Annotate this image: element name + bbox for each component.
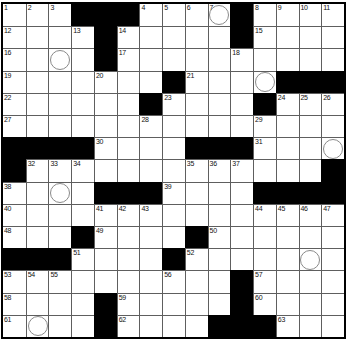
- black-cell: [162, 248, 185, 270]
- cell[interactable]: [276, 293, 299, 315]
- cell[interactable]: 27: [3, 115, 26, 137]
- black-cell: [3, 159, 26, 181]
- cell[interactable]: [299, 159, 322, 181]
- cell[interactable]: [48, 26, 71, 48]
- cell[interactable]: [253, 48, 276, 70]
- black-cell: [253, 315, 276, 337]
- cell[interactable]: 57: [253, 270, 276, 292]
- cell[interactable]: 35: [185, 159, 208, 181]
- cell[interactable]: 40: [3, 204, 26, 226]
- cell[interactable]: [26, 315, 49, 337]
- cell[interactable]: [276, 26, 299, 48]
- cell[interactable]: [185, 270, 208, 292]
- cell[interactable]: 28: [139, 115, 162, 137]
- cell[interactable]: 44: [253, 204, 276, 226]
- cell[interactable]: [117, 71, 140, 93]
- cell[interactable]: 34: [71, 159, 94, 181]
- cell[interactable]: [208, 182, 231, 204]
- clue-number: 42: [119, 205, 126, 213]
- cell[interactable]: [230, 248, 253, 270]
- cell[interactable]: 38: [3, 182, 26, 204]
- cell[interactable]: 54: [26, 270, 49, 292]
- clue-number: 18: [232, 49, 239, 57]
- cell[interactable]: [71, 293, 94, 315]
- clue-number: 36: [210, 160, 217, 168]
- cell[interactable]: [321, 226, 344, 248]
- black-cell: [299, 182, 322, 204]
- cell[interactable]: [71, 204, 94, 226]
- cell[interactable]: [26, 204, 49, 226]
- cell[interactable]: [230, 182, 253, 204]
- circle-marker: [50, 50, 70, 70]
- cell[interactable]: [94, 93, 117, 115]
- black-cell: [185, 137, 208, 159]
- cell[interactable]: [26, 293, 49, 315]
- cell[interactable]: [321, 293, 344, 315]
- cell[interactable]: [139, 48, 162, 70]
- circle-marker: [300, 250, 320, 270]
- cell[interactable]: [94, 115, 117, 137]
- clue-number: 5: [164, 4, 168, 12]
- cell[interactable]: [162, 159, 185, 181]
- cell[interactable]: [185, 182, 208, 204]
- clue-number: 14: [119, 27, 126, 35]
- cell[interactable]: [208, 270, 231, 292]
- cell[interactable]: [230, 226, 253, 248]
- cell[interactable]: [71, 48, 94, 70]
- clue-number: 10: [301, 4, 308, 12]
- clue-number: 4: [141, 4, 145, 12]
- cell[interactable]: 48: [3, 226, 26, 248]
- cell[interactable]: 13: [71, 26, 94, 48]
- cell[interactable]: 32: [26, 159, 49, 181]
- clue-number: 22: [4, 94, 11, 102]
- cell[interactable]: [117, 137, 140, 159]
- cell[interactable]: [208, 71, 231, 93]
- cell[interactable]: [253, 159, 276, 181]
- cell[interactable]: [321, 26, 344, 48]
- cell[interactable]: [26, 93, 49, 115]
- clue-number: 27: [4, 116, 11, 124]
- black-cell: [162, 71, 185, 93]
- cell[interactable]: 41: [94, 204, 117, 226]
- black-cell: [230, 293, 253, 315]
- clue-number: 17: [119, 49, 126, 57]
- cell[interactable]: [94, 270, 117, 292]
- cell[interactable]: [139, 315, 162, 337]
- black-cell: [94, 315, 117, 337]
- clue-number: 2: [28, 4, 32, 12]
- cell[interactable]: [276, 226, 299, 248]
- cell[interactable]: [48, 115, 71, 137]
- black-cell: [208, 315, 231, 337]
- clue-number: 30: [96, 138, 103, 146]
- clue-number: 40: [4, 205, 11, 213]
- cell[interactable]: [299, 270, 322, 292]
- black-cell: [321, 159, 344, 181]
- cell[interactable]: [117, 159, 140, 181]
- cell[interactable]: [117, 248, 140, 270]
- cell[interactable]: [321, 137, 344, 159]
- clue-number: 34: [73, 160, 80, 168]
- cell[interactable]: [162, 48, 185, 70]
- cell[interactable]: 58: [3, 293, 26, 315]
- clue-number: 31: [255, 138, 262, 146]
- cell[interactable]: 55: [48, 270, 71, 292]
- clue-number: 37: [232, 160, 239, 168]
- black-cell: [94, 26, 117, 48]
- clue-number: 52: [187, 249, 194, 257]
- circle-marker: [50, 183, 70, 203]
- cell[interactable]: [162, 26, 185, 48]
- black-cell: [230, 4, 253, 26]
- cell[interactable]: [26, 182, 49, 204]
- cell[interactable]: [299, 226, 322, 248]
- cell[interactable]: [94, 159, 117, 181]
- cell[interactable]: [208, 248, 231, 270]
- cell[interactable]: 63: [276, 315, 299, 337]
- cell[interactable]: [208, 26, 231, 48]
- clue-number: 57: [255, 271, 262, 279]
- cell[interactable]: [26, 226, 49, 248]
- black-cell: [230, 315, 253, 337]
- cell[interactable]: [253, 226, 276, 248]
- cell[interactable]: [139, 226, 162, 248]
- cell[interactable]: [276, 270, 299, 292]
- cell[interactable]: [117, 115, 140, 137]
- cell[interactable]: [299, 315, 322, 337]
- cell[interactable]: [276, 48, 299, 70]
- cell[interactable]: [253, 248, 276, 270]
- cell[interactable]: 2: [26, 4, 49, 26]
- black-cell: [94, 293, 117, 315]
- black-cell: [48, 137, 71, 159]
- cell[interactable]: [71, 93, 94, 115]
- clue-number: 43: [141, 205, 148, 213]
- clue-number: 63: [278, 316, 285, 324]
- black-cell: [276, 182, 299, 204]
- cell[interactable]: [162, 204, 185, 226]
- cell[interactable]: 51: [71, 248, 94, 270]
- clue-number: 45: [278, 205, 285, 213]
- cell[interactable]: [299, 48, 322, 70]
- clue-number: 41: [96, 205, 103, 213]
- cell[interactable]: [26, 115, 49, 137]
- cell[interactable]: [208, 48, 231, 70]
- cell[interactable]: 39: [162, 182, 185, 204]
- clue-number: 49: [96, 227, 103, 235]
- clue-number: 8: [255, 4, 259, 12]
- clue-number: 24: [278, 94, 285, 102]
- black-cell: [3, 248, 26, 270]
- cell[interactable]: [208, 93, 231, 115]
- clue-number: 16: [4, 49, 11, 57]
- cell[interactable]: 16: [3, 48, 26, 70]
- clue-number: 6: [187, 4, 191, 12]
- cell[interactable]: 30: [94, 137, 117, 159]
- clue-number: 12: [4, 27, 11, 35]
- cell[interactable]: [162, 315, 185, 337]
- cell[interactable]: 36: [208, 159, 231, 181]
- cell[interactable]: 11: [321, 4, 344, 26]
- cell[interactable]: 9: [276, 4, 299, 26]
- black-cell: [3, 137, 26, 159]
- cell[interactable]: 60: [253, 293, 276, 315]
- cell[interactable]: [48, 48, 71, 70]
- cell[interactable]: [276, 137, 299, 159]
- cell[interactable]: [185, 115, 208, 137]
- clue-number: 50: [210, 227, 217, 235]
- cell[interactable]: [276, 115, 299, 137]
- clue-number: 3: [50, 4, 54, 12]
- clue-number: 19: [4, 72, 11, 80]
- clue-number: 21: [187, 72, 194, 80]
- cell[interactable]: [139, 270, 162, 292]
- cell[interactable]: [139, 137, 162, 159]
- cell[interactable]: [321, 315, 344, 337]
- clue-number: 62: [119, 316, 126, 324]
- cell[interactable]: 10: [299, 4, 322, 26]
- cell[interactable]: 29: [253, 115, 276, 137]
- cell[interactable]: [162, 226, 185, 248]
- cell[interactable]: [117, 226, 140, 248]
- clue-number: 39: [164, 183, 171, 191]
- cell[interactable]: [276, 248, 299, 270]
- black-cell: [26, 137, 49, 159]
- cell[interactable]: [26, 48, 49, 70]
- circle-marker: [255, 72, 275, 92]
- cell[interactable]: [139, 159, 162, 181]
- black-cell: [26, 248, 49, 270]
- cell[interactable]: [208, 115, 231, 137]
- black-cell: [230, 270, 253, 292]
- clue-number: 20: [96, 72, 103, 80]
- cell[interactable]: [185, 93, 208, 115]
- black-cell: [117, 4, 140, 26]
- cell[interactable]: [162, 137, 185, 159]
- cell[interactable]: [71, 182, 94, 204]
- cell[interactable]: [71, 71, 94, 93]
- cell[interactable]: [48, 204, 71, 226]
- black-cell: [299, 71, 322, 93]
- cell[interactable]: [48, 182, 71, 204]
- clue-number: 48: [4, 227, 11, 235]
- black-cell: [139, 182, 162, 204]
- cell[interactable]: [299, 137, 322, 159]
- clue-number: 47: [323, 205, 330, 213]
- black-cell: [71, 137, 94, 159]
- cell[interactable]: 22: [3, 93, 26, 115]
- cell[interactable]: 25: [299, 93, 322, 115]
- black-cell: [71, 4, 94, 26]
- cell[interactable]: [230, 71, 253, 93]
- cell[interactable]: 26: [321, 93, 344, 115]
- cell[interactable]: 20: [94, 71, 117, 93]
- cell[interactable]: 14: [117, 26, 140, 48]
- cell[interactable]: [321, 48, 344, 70]
- cell[interactable]: [253, 71, 276, 93]
- clue-number: 53: [4, 271, 11, 279]
- cell[interactable]: 50: [208, 226, 231, 248]
- cell[interactable]: [185, 293, 208, 315]
- cell[interactable]: 5: [162, 4, 185, 26]
- clue-number: 23: [164, 94, 171, 102]
- cell[interactable]: [185, 315, 208, 337]
- black-cell: [139, 93, 162, 115]
- black-cell: [185, 226, 208, 248]
- cell[interactable]: 17: [117, 48, 140, 70]
- cell[interactable]: [26, 26, 49, 48]
- cell[interactable]: [48, 93, 71, 115]
- cell[interactable]: 8: [253, 4, 276, 26]
- cell[interactable]: 49: [94, 226, 117, 248]
- cell[interactable]: [48, 315, 71, 337]
- cell[interactable]: [321, 270, 344, 292]
- clue-number: 35: [187, 160, 194, 168]
- black-cell: [117, 182, 140, 204]
- cell[interactable]: 56: [162, 270, 185, 292]
- cell[interactable]: 37: [230, 159, 253, 181]
- cell[interactable]: [71, 315, 94, 337]
- cell[interactable]: 47: [321, 204, 344, 226]
- clue-number: 60: [255, 294, 262, 302]
- cell[interactable]: 61: [3, 315, 26, 337]
- clue-number: 51: [73, 249, 80, 257]
- clue-number: 26: [323, 94, 330, 102]
- cell[interactable]: [185, 204, 208, 226]
- clue-number: 54: [28, 271, 35, 279]
- clue-number: 46: [301, 205, 308, 213]
- cell[interactable]: 24: [276, 93, 299, 115]
- cell[interactable]: 45: [276, 204, 299, 226]
- cell[interactable]: [299, 248, 322, 270]
- black-cell: [71, 226, 94, 248]
- clue-number: 56: [164, 271, 171, 279]
- black-cell: [321, 182, 344, 204]
- cell[interactable]: [321, 115, 344, 137]
- clue-number: 15: [255, 27, 262, 35]
- clue-number: 28: [141, 116, 148, 124]
- clue-number: 55: [50, 271, 57, 279]
- cell[interactable]: 4: [139, 4, 162, 26]
- black-cell: [276, 71, 299, 93]
- cell[interactable]: [162, 115, 185, 137]
- cell[interactable]: [299, 115, 322, 137]
- clue-number: 59: [119, 294, 126, 302]
- black-cell: [230, 26, 253, 48]
- crossword-grid: 1234567891011121314151617181920212223242…: [1, 2, 346, 339]
- clue-number: 58: [4, 294, 11, 302]
- cell[interactable]: 6: [185, 4, 208, 26]
- black-cell: [94, 48, 117, 70]
- cell[interactable]: [208, 293, 231, 315]
- cell[interactable]: [117, 270, 140, 292]
- cell[interactable]: [276, 159, 299, 181]
- cell[interactable]: 31: [253, 137, 276, 159]
- black-cell: [253, 182, 276, 204]
- cell[interactable]: [139, 26, 162, 48]
- clue-number: 25: [301, 94, 308, 102]
- cell[interactable]: [48, 293, 71, 315]
- clue-number: 38: [4, 183, 11, 191]
- cell[interactable]: [208, 204, 231, 226]
- cell[interactable]: [139, 71, 162, 93]
- cell[interactable]: 46: [299, 204, 322, 226]
- circle-marker: [28, 316, 48, 336]
- clue-number: 11: [323, 4, 330, 12]
- cell[interactable]: 23: [162, 93, 185, 115]
- clue-number: 61: [4, 316, 11, 324]
- cell[interactable]: 62: [117, 315, 140, 337]
- cell[interactable]: [299, 26, 322, 48]
- cell[interactable]: 12: [3, 26, 26, 48]
- cell[interactable]: [117, 93, 140, 115]
- black-cell: [321, 71, 344, 93]
- cell[interactable]: 3: [48, 4, 71, 26]
- circle-marker: [323, 139, 343, 159]
- cell[interactable]: 1: [3, 4, 26, 26]
- black-cell: [94, 182, 117, 204]
- cell[interactable]: [94, 248, 117, 270]
- clue-number: 13: [73, 27, 80, 35]
- cell[interactable]: 59: [117, 293, 140, 315]
- cell[interactable]: [230, 204, 253, 226]
- cell[interactable]: [48, 226, 71, 248]
- clue-number: 33: [50, 160, 57, 168]
- cell[interactable]: [71, 270, 94, 292]
- cell[interactable]: [321, 248, 344, 270]
- cell[interactable]: 33: [48, 159, 71, 181]
- black-cell: [208, 137, 231, 159]
- cell[interactable]: 53: [3, 270, 26, 292]
- black-cell: [230, 137, 253, 159]
- cell[interactable]: 21: [185, 71, 208, 93]
- cell[interactable]: [139, 293, 162, 315]
- cell[interactable]: [71, 115, 94, 137]
- black-cell: [253, 93, 276, 115]
- clue-number: 7: [210, 4, 214, 12]
- cell[interactable]: [185, 26, 208, 48]
- cell[interactable]: 43: [139, 204, 162, 226]
- clue-number: 29: [255, 116, 262, 124]
- cell[interactable]: [230, 115, 253, 137]
- cell[interactable]: [26, 71, 49, 93]
- cell[interactable]: [48, 71, 71, 93]
- clue-number: 9: [278, 4, 282, 12]
- cell[interactable]: [230, 93, 253, 115]
- clue-number: 44: [255, 205, 262, 213]
- black-cell: [94, 4, 117, 26]
- cell[interactable]: [185, 48, 208, 70]
- cell[interactable]: 18: [230, 48, 253, 70]
- black-cell: [48, 248, 71, 270]
- clue-number: 32: [28, 160, 35, 168]
- cell[interactable]: 52: [185, 248, 208, 270]
- cell[interactable]: [139, 248, 162, 270]
- clue-number: 1: [4, 4, 8, 12]
- cell[interactable]: 19: [3, 71, 26, 93]
- cell[interactable]: [162, 293, 185, 315]
- cell[interactable]: 7: [208, 4, 231, 26]
- cell[interactable]: 15: [253, 26, 276, 48]
- cell[interactable]: [299, 293, 322, 315]
- cell[interactable]: 42: [117, 204, 140, 226]
